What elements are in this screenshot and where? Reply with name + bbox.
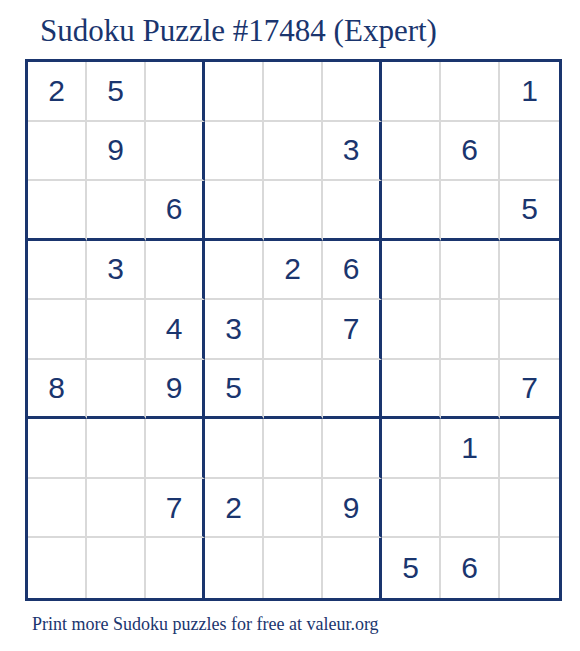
sudoku-cell-r6c6 (323, 360, 382, 420)
sudoku-cell-r5c9 (500, 300, 559, 360)
sudoku-cell-r1c2: 5 (87, 62, 146, 122)
sudoku-cell-r9c8: 6 (441, 538, 500, 598)
sudoku-cell-r3c3: 6 (146, 181, 205, 241)
sudoku-cell-r2c4 (205, 122, 264, 182)
sudoku-cell-r5c7 (382, 300, 441, 360)
sudoku-cell-r1c5 (264, 62, 323, 122)
page: Sudoku Puzzle #17484 (Expert) 2519366532… (0, 0, 580, 651)
sudoku-cell-r9c5 (264, 538, 323, 598)
sudoku-cell-r4c1 (28, 241, 87, 301)
sudoku-cell-r6c3: 9 (146, 360, 205, 420)
sudoku-cell-r2c8: 6 (441, 122, 500, 182)
sudoku-cell-r6c9: 7 (500, 360, 559, 420)
sudoku-cell-r3c6 (323, 181, 382, 241)
sudoku-cell-r5c4: 3 (205, 300, 264, 360)
sudoku-cell-r8c3: 7 (146, 479, 205, 539)
sudoku-cell-r7c5 (264, 419, 323, 479)
sudoku-cell-r1c7 (382, 62, 441, 122)
sudoku-cell-r1c1: 2 (28, 62, 87, 122)
sudoku-cell-r4c5: 2 (264, 241, 323, 301)
sudoku-cell-r4c6: 6 (323, 241, 382, 301)
sudoku-cell-r8c8 (441, 479, 500, 539)
sudoku-cell-r1c4 (205, 62, 264, 122)
sudoku-cell-r5c3: 4 (146, 300, 205, 360)
sudoku-cell-r5c5 (264, 300, 323, 360)
sudoku-cell-r3c9: 5 (500, 181, 559, 241)
sudoku-cell-r1c3 (146, 62, 205, 122)
page-title: Sudoku Puzzle #17484 (Expert) (40, 13, 437, 49)
sudoku-cell-r9c2 (87, 538, 146, 598)
sudoku-cell-r7c9 (500, 419, 559, 479)
sudoku-cell-r2c7 (382, 122, 441, 182)
sudoku-cell-r7c2 (87, 419, 146, 479)
sudoku-cell-r7c6 (323, 419, 382, 479)
sudoku-cell-r9c1 (28, 538, 87, 598)
sudoku-cell-r3c4 (205, 181, 264, 241)
sudoku-cell-r5c1 (28, 300, 87, 360)
sudoku-cell-r6c8 (441, 360, 500, 420)
sudoku-cell-r4c9 (500, 241, 559, 301)
sudoku-cell-r8c9 (500, 479, 559, 539)
sudoku-cell-r5c8 (441, 300, 500, 360)
sudoku-cell-r6c1: 8 (28, 360, 87, 420)
sudoku-cell-r4c7 (382, 241, 441, 301)
sudoku-cell-r8c2 (87, 479, 146, 539)
sudoku-cell-r7c8: 1 (441, 419, 500, 479)
sudoku-cell-r3c5 (264, 181, 323, 241)
sudoku-cell-r3c8 (441, 181, 500, 241)
sudoku-cell-r4c8 (441, 241, 500, 301)
sudoku-cell-r8c1 (28, 479, 87, 539)
sudoku-board: 251936653264378957172956 (25, 59, 562, 601)
sudoku-cell-r4c2: 3 (87, 241, 146, 301)
sudoku-cell-r2c3 (146, 122, 205, 182)
sudoku-cell-r7c7 (382, 419, 441, 479)
sudoku-cell-r9c9 (500, 538, 559, 598)
sudoku-cell-r6c7 (382, 360, 441, 420)
sudoku-cell-r5c6: 7 (323, 300, 382, 360)
sudoku-cell-r2c2: 9 (87, 122, 146, 182)
sudoku-cell-r2c6: 3 (323, 122, 382, 182)
sudoku-cell-r8c4: 2 (205, 479, 264, 539)
sudoku-cell-r7c3 (146, 419, 205, 479)
sudoku-cell-r3c7 (382, 181, 441, 241)
sudoku-cell-r2c9 (500, 122, 559, 182)
sudoku-cell-r4c4 (205, 241, 264, 301)
sudoku-cell-r9c3 (146, 538, 205, 598)
sudoku-cell-r6c4: 5 (205, 360, 264, 420)
sudoku-cell-r8c5 (264, 479, 323, 539)
sudoku-cell-r2c1 (28, 122, 87, 182)
sudoku-cell-r7c1 (28, 419, 87, 479)
sudoku-cell-r7c4 (205, 419, 264, 479)
sudoku-cell-r6c5 (264, 360, 323, 420)
sudoku-cell-r3c2 (87, 181, 146, 241)
sudoku-cell-r6c2 (87, 360, 146, 420)
sudoku-cell-r1c6 (323, 62, 382, 122)
sudoku-cell-r9c4 (205, 538, 264, 598)
sudoku-cell-r5c2 (87, 300, 146, 360)
sudoku-cell-r9c6 (323, 538, 382, 598)
sudoku-cell-r3c1 (28, 181, 87, 241)
sudoku-cell-r9c7: 5 (382, 538, 441, 598)
sudoku-cell-r1c9: 1 (500, 62, 559, 122)
sudoku-cell-r8c6: 9 (323, 479, 382, 539)
sudoku-cell-r4c3 (146, 241, 205, 301)
sudoku-cell-r1c8 (441, 62, 500, 122)
sudoku-cell-r8c7 (382, 479, 441, 539)
footer-text: Print more Sudoku puzzles for free at va… (32, 614, 379, 635)
sudoku-cell-r2c5 (264, 122, 323, 182)
